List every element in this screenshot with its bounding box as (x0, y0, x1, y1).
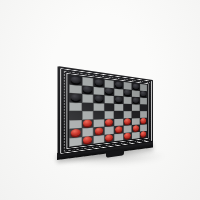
board-square[interactable] (123, 104, 132, 111)
red-checker[interactable] (133, 125, 139, 131)
red-checker[interactable] (83, 120, 92, 127)
board-square[interactable] (114, 133, 123, 141)
board-square[interactable] (69, 93, 82, 102)
red-checker[interactable] (71, 129, 81, 136)
black-checker[interactable] (95, 79, 103, 86)
board-square[interactable] (82, 136, 94, 146)
black-checker[interactable] (95, 95, 103, 102)
board-square[interactable] (93, 135, 104, 144)
board-square[interactable] (140, 131, 147, 138)
red-checker[interactable] (95, 127, 103, 134)
board-square[interactable] (93, 95, 104, 104)
board-square[interactable] (69, 137, 82, 147)
red-checker[interactable] (105, 119, 113, 125)
board-square[interactable] (82, 94, 94, 103)
board-grid (69, 75, 147, 147)
black-checker[interactable] (115, 81, 122, 87)
photo-backdrop (0, 0, 200, 200)
black-checker[interactable] (71, 94, 81, 101)
red-checker[interactable] (124, 133, 131, 139)
board-square[interactable] (104, 103, 114, 111)
black-checker[interactable] (71, 76, 81, 84)
board-square[interactable] (114, 103, 123, 111)
checkers-board (58, 66, 153, 156)
board-frame (58, 66, 153, 156)
board-square[interactable] (69, 102, 82, 111)
red-checker[interactable] (83, 136, 92, 143)
black-checker[interactable] (105, 88, 113, 94)
board-square[interactable] (140, 104, 147, 111)
board-square[interactable] (82, 102, 94, 111)
red-checker[interactable] (115, 126, 122, 132)
black-checker[interactable] (133, 83, 139, 89)
board-square[interactable] (93, 103, 104, 111)
red-checker[interactable] (124, 119, 131, 125)
board-square[interactable] (123, 132, 132, 140)
red-checker[interactable] (141, 118, 147, 123)
black-checker[interactable] (141, 91, 147, 97)
black-checker[interactable] (133, 97, 139, 103)
board-square[interactable] (132, 131, 140, 139)
red-checker[interactable] (141, 131, 147, 137)
red-checker[interactable] (105, 134, 113, 141)
black-checker[interactable] (115, 96, 122, 102)
black-checker[interactable] (124, 90, 131, 96)
board-square[interactable] (132, 104, 140, 111)
board-square[interactable] (104, 134, 114, 143)
black-checker[interactable] (83, 86, 92, 93)
